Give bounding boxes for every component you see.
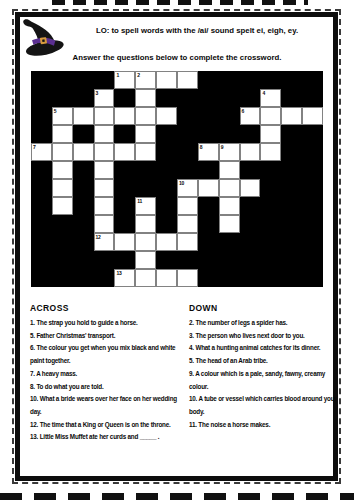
block-cell: [135, 179, 156, 197]
block-cell: [52, 251, 73, 269]
block-cell: [31, 107, 52, 125]
clue-number: 3: [96, 90, 98, 96]
block-cell: [114, 89, 135, 107]
down-clue-2: 2. The number of legs a spider has.: [189, 317, 341, 330]
block-cell: [281, 269, 302, 287]
block-cell: [156, 161, 177, 179]
block-cell: [52, 233, 73, 251]
letter-cell[interactable]: 3: [94, 89, 115, 107]
clue-number: 13: [116, 270, 121, 276]
across-clue-10: 10. What a bride wears over her face on …: [30, 393, 184, 418]
across-clue-12: 12. The time that a King or Queen is on …: [30, 419, 184, 432]
letter-cell[interactable]: [94, 197, 115, 215]
block-cell: [302, 125, 323, 143]
block-cell: [281, 89, 302, 107]
block-cell: [73, 89, 94, 107]
block-cell: [240, 89, 261, 107]
block-cell: [73, 125, 94, 143]
letter-cell[interactable]: [177, 269, 198, 287]
block-cell: [156, 125, 177, 143]
letter-cell[interactable]: [177, 71, 198, 89]
block-cell: [302, 197, 323, 215]
block-cell: [114, 215, 135, 233]
block-cell: [52, 269, 73, 287]
across-clue-5: 5. Father Christmas' transport.: [30, 330, 184, 343]
block-cell: [219, 251, 240, 269]
letter-cell[interactable]: [219, 161, 240, 179]
letter-cell[interactable]: [260, 143, 281, 161]
letter-cell[interactable]: [94, 125, 115, 143]
block-cell: [240, 197, 261, 215]
block-cell: [260, 269, 281, 287]
letter-cell[interactable]: [260, 125, 281, 143]
block-cell: [73, 233, 94, 251]
block-cell: [73, 197, 94, 215]
letter-cell[interactable]: [52, 125, 73, 143]
down-clue-9: 9. A colour which is a pale, sandy, fawn…: [189, 368, 341, 393]
block-cell: [94, 251, 115, 269]
block-cell: [31, 161, 52, 179]
across-heading: ACROSS: [30, 303, 69, 313]
letter-cell[interactable]: [135, 107, 156, 125]
across-clue-1: 1. The strap you hold to guide a horse.: [30, 317, 184, 330]
across-clue-list: 1. The strap you hold to guide a horse.5…: [30, 317, 184, 444]
clue-number: 11: [137, 198, 142, 204]
block-cell: [219, 125, 240, 143]
block-cell: [281, 251, 302, 269]
letter-cell[interactable]: [94, 107, 115, 125]
block-cell: [219, 89, 240, 107]
block-cell: [240, 125, 261, 143]
down-clue-11: 11. The noise a horse makes.: [189, 419, 341, 432]
block-cell: [94, 269, 115, 287]
letter-cell[interactable]: [135, 233, 156, 251]
block-cell: [302, 215, 323, 233]
block-cell: [260, 197, 281, 215]
block-cell: [94, 71, 115, 89]
letter-cell[interactable]: [177, 215, 198, 233]
across-clue-13: 13. Little Miss Muffet ate her curds and…: [30, 431, 184, 444]
block-cell: [240, 161, 261, 179]
clue-number: 6: [242, 108, 244, 114]
block-cell: [260, 251, 281, 269]
block-cell: [260, 215, 281, 233]
block-cell: [177, 251, 198, 269]
letter-cell[interactable]: 7: [31, 143, 52, 161]
clue-number: 9: [221, 144, 223, 150]
block-cell: [198, 107, 219, 125]
clue-number: 8: [200, 144, 202, 150]
block-cell: [177, 89, 198, 107]
letter-cell[interactable]: [52, 179, 73, 197]
block-cell: [260, 179, 281, 197]
letter-cell[interactable]: [198, 179, 219, 197]
clue-number: 5: [54, 108, 56, 114]
block-cell: [177, 107, 198, 125]
block-cell: [219, 269, 240, 287]
letter-cell[interactable]: [114, 107, 135, 125]
block-cell: [240, 233, 261, 251]
block-cell: [177, 161, 198, 179]
clue-number: 12: [96, 234, 101, 240]
block-cell: [219, 71, 240, 89]
letter-cell[interactable]: [135, 269, 156, 287]
letter-cell[interactable]: [177, 197, 198, 215]
block-cell: [198, 251, 219, 269]
block-cell: [114, 251, 135, 269]
block-cell: [281, 197, 302, 215]
letter-cell[interactable]: [240, 143, 261, 161]
block-cell: [198, 215, 219, 233]
letter-cell[interactable]: [135, 215, 156, 233]
letter-cell[interactable]: 1: [114, 71, 135, 89]
block-cell: [281, 125, 302, 143]
letter-cell[interactable]: 11: [135, 197, 156, 215]
torn-edge-bottom: [0, 493, 354, 500]
letter-cell[interactable]: [156, 269, 177, 287]
letter-cell[interactable]: [302, 107, 323, 125]
block-cell: [302, 143, 323, 161]
letter-cell[interactable]: [219, 215, 240, 233]
letter-cell[interactable]: 4: [260, 89, 281, 107]
down-clue-3: 3. The person who lives next door to you…: [189, 330, 341, 343]
crossword-grid: 12345678910111213: [31, 71, 323, 287]
letter-cell[interactable]: [156, 107, 177, 125]
clue-number: 2: [137, 72, 139, 78]
letter-cell[interactable]: [156, 71, 177, 89]
letter-cell[interactable]: [94, 215, 115, 233]
block-cell: [31, 89, 52, 107]
block-cell: [73, 269, 94, 287]
letter-cell[interactable]: [240, 179, 261, 197]
block-cell: [114, 197, 135, 215]
block-cell: [73, 215, 94, 233]
clue-number: 7: [33, 144, 35, 150]
letter-cell[interactable]: 10: [177, 179, 198, 197]
letter-cell[interactable]: [52, 197, 73, 215]
block-cell: [73, 161, 94, 179]
block-cell: [31, 233, 52, 251]
instruction-subtitle: Answer the questions below to complete t…: [25, 53, 329, 63]
block-cell: [31, 251, 52, 269]
down-clue-4: 4. What a hunting animal catches for its…: [189, 342, 341, 355]
block-cell: [281, 179, 302, 197]
letter-cell[interactable]: [94, 143, 115, 161]
block-cell: [281, 143, 302, 161]
block-cell: [260, 71, 281, 89]
down-clue-5: 5. The head of an Arab tribe.: [189, 355, 341, 368]
block-cell: [260, 161, 281, 179]
letter-cell[interactable]: [73, 107, 94, 125]
letter-cell[interactable]: 5: [52, 107, 73, 125]
letter-cell[interactable]: [219, 197, 240, 215]
letter-cell[interactable]: 9: [219, 143, 240, 161]
block-cell: [198, 71, 219, 89]
torn-edge-top: [52, 0, 308, 5]
block-cell: [52, 71, 73, 89]
block-cell: [302, 251, 323, 269]
clue-number: 10: [179, 180, 184, 186]
block-cell: [31, 197, 52, 215]
block-cell: [156, 251, 177, 269]
block-cell: [281, 161, 302, 179]
block-cell: [198, 125, 219, 143]
worksheet-page: LO: to spell words with the /ai/ sound s…: [0, 0, 354, 500]
block-cell: [198, 89, 219, 107]
block-cell: [302, 179, 323, 197]
letter-cell[interactable]: [135, 251, 156, 269]
block-cell: [240, 71, 261, 89]
down-clue-10: 10. A tube or vessel which carries blood…: [189, 393, 341, 418]
block-cell: [156, 179, 177, 197]
letter-cell[interactable]: [219, 179, 240, 197]
block-cell: [114, 125, 135, 143]
letter-cell[interactable]: [281, 107, 302, 125]
block-cell: [240, 269, 261, 287]
block-cell: [31, 179, 52, 197]
block-cell: [156, 89, 177, 107]
letter-cell[interactable]: [73, 143, 94, 161]
block-cell: [52, 215, 73, 233]
block-cell: [240, 251, 261, 269]
letter-cell[interactable]: 2: [135, 71, 156, 89]
letter-cell[interactable]: [114, 233, 135, 251]
block-cell: [73, 179, 94, 197]
block-cell: [114, 179, 135, 197]
block-cell: [31, 269, 52, 287]
block-cell: [302, 269, 323, 287]
block-cell: [260, 233, 281, 251]
letter-cell[interactable]: [156, 233, 177, 251]
block-cell: [177, 125, 198, 143]
block-cell: [156, 197, 177, 215]
block-cell: [31, 71, 52, 89]
block-cell: [302, 71, 323, 89]
block-cell: [156, 143, 177, 161]
learning-objective-title: LO: to spell words with the /ai/ sound s…: [68, 26, 326, 36]
block-cell: [73, 251, 94, 269]
block-cell: [198, 269, 219, 287]
across-clue-7: 7. A heavy mass.: [30, 368, 184, 381]
letter-cell[interactable]: [135, 89, 156, 107]
block-cell: [52, 89, 73, 107]
down-heading: DOWN: [189, 303, 218, 313]
block-cell: [198, 233, 219, 251]
letter-cell[interactable]: [260, 107, 281, 125]
block-cell: [219, 107, 240, 125]
block-cell: [302, 233, 323, 251]
block-cell: [31, 125, 52, 143]
block-cell: [31, 215, 52, 233]
clue-number: 4: [262, 90, 264, 96]
block-cell: [135, 161, 156, 179]
block-cell: [219, 233, 240, 251]
block-cell: [281, 233, 302, 251]
block-cell: [302, 161, 323, 179]
down-clue-list: 2. The number of legs a spider has.3. Th…: [189, 317, 341, 431]
block-cell: [198, 161, 219, 179]
witch-hat-icon: [20, 16, 66, 58]
letter-cell[interactable]: 12: [94, 233, 115, 251]
letter-cell[interactable]: 6: [240, 107, 261, 125]
letter-cell[interactable]: [177, 233, 198, 251]
across-clue-8: 8. To do what you are told.: [30, 381, 184, 394]
block-cell: [198, 197, 219, 215]
letter-cell[interactable]: [52, 161, 73, 179]
letter-cell[interactable]: 8: [198, 143, 219, 161]
block-cell: [281, 215, 302, 233]
letter-cell[interactable]: [94, 161, 115, 179]
letter-cell[interactable]: [52, 143, 73, 161]
letter-cell[interactable]: [135, 143, 156, 161]
letter-cell[interactable]: [114, 143, 135, 161]
clue-number: 1: [116, 72, 118, 78]
block-cell: [302, 89, 323, 107]
block-cell: [240, 215, 261, 233]
block-cell: [156, 215, 177, 233]
block-cell: [73, 71, 94, 89]
letter-cell[interactable]: 13: [114, 269, 135, 287]
letter-cell[interactable]: [94, 179, 115, 197]
block-cell: [177, 143, 198, 161]
across-clue-6: 6. The colour you get when you mix black…: [30, 342, 184, 367]
letter-cell[interactable]: [135, 125, 156, 143]
block-cell: [114, 161, 135, 179]
block-cell: [281, 71, 302, 89]
